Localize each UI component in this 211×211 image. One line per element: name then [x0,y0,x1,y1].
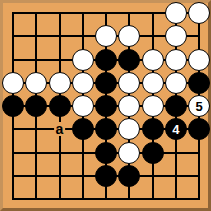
intersection[interactable]: 4 [164,118,187,141]
intersection[interactable]: 5 [187,94,210,117]
white-stone [188,2,210,24]
intersection[interactable] [1,94,24,117]
white-stone [49,72,71,94]
intersection[interactable] [71,48,94,71]
intersection[interactable] [94,187,117,210]
black-stone [188,118,210,140]
intersection[interactable] [94,71,117,94]
intersection[interactable] [71,25,94,48]
intersection[interactable] [94,94,117,117]
intersection[interactable] [118,141,141,164]
white-stone [165,49,187,71]
black-stone [142,118,164,140]
intersection[interactable] [1,187,24,210]
white-stone [142,72,164,94]
white-stone [95,25,117,47]
intersection[interactable] [187,1,210,24]
black-stone [95,95,117,117]
white-stone [142,95,164,117]
intersection[interactable] [187,164,210,187]
intersection[interactable] [141,94,164,117]
intersection[interactable] [187,71,210,94]
white-stone [165,2,187,24]
intersection[interactable] [141,25,164,48]
intersection[interactable] [25,187,48,210]
intersection[interactable] [187,25,210,48]
black-stone [25,95,47,117]
black-stone [165,95,187,117]
intersection[interactable] [48,164,71,187]
intersection[interactable] [164,94,187,117]
intersection[interactable] [25,48,48,71]
intersection[interactable] [48,141,71,164]
go-grid: 5a4 [1,1,210,210]
intersection[interactable] [71,141,94,164]
intersection[interactable] [48,94,71,117]
black-stone [49,95,71,117]
white-stone [165,25,187,47]
intersection[interactable] [1,25,24,48]
white-stone [72,72,94,94]
white-stone [118,142,140,164]
intersection[interactable] [48,71,71,94]
intersection[interactable] [25,94,48,117]
intersection[interactable] [94,118,117,141]
intersection[interactable] [141,71,164,94]
intersection[interactable] [25,71,48,94]
intersection[interactable] [48,48,71,71]
intersection[interactable] [187,48,210,71]
intersection[interactable] [187,118,210,141]
intersection[interactable] [94,25,117,48]
intersection[interactable] [25,164,48,187]
intersection[interactable] [164,141,187,164]
white-stone [118,72,140,94]
intersection[interactable] [118,48,141,71]
intersection[interactable] [164,71,187,94]
intersection[interactable] [141,187,164,210]
intersection[interactable] [71,1,94,24]
black-stone [95,49,117,71]
point-label-a: a [54,122,66,136]
intersection[interactable] [118,1,141,24]
intersection[interactable] [71,71,94,94]
white-stone [142,49,164,71]
intersection[interactable]: a [48,118,71,141]
intersection[interactable] [94,1,117,24]
white-stone [188,49,210,71]
intersection[interactable] [71,94,94,117]
white-stone [72,49,94,71]
intersection[interactable] [164,187,187,210]
intersection[interactable] [164,48,187,71]
intersection[interactable] [48,187,71,210]
black-stone-numbered: 4 [165,118,187,140]
intersection[interactable] [141,48,164,71]
black-stone [95,118,117,140]
white-stone-numbered: 5 [188,95,210,117]
intersection[interactable] [141,1,164,24]
intersection[interactable] [94,141,117,164]
intersection[interactable] [141,118,164,141]
intersection[interactable] [118,71,141,94]
intersection[interactable] [71,118,94,141]
white-stone [118,95,140,117]
intersection[interactable] [164,25,187,48]
white-stone [118,118,140,140]
black-stone [95,142,117,164]
black-stone [95,72,117,94]
intersection[interactable] [141,164,164,187]
intersection[interactable] [25,118,48,141]
white-stone [118,25,140,47]
intersection[interactable] [164,164,187,187]
intersection[interactable] [1,48,24,71]
intersection[interactable] [118,94,141,117]
go-board: 5a4 [0,0,211,211]
black-stone [2,95,24,117]
intersection[interactable] [48,1,71,24]
intersection[interactable] [25,25,48,48]
white-stone [165,72,187,94]
intersection[interactable] [94,164,117,187]
intersection[interactable] [48,25,71,48]
intersection[interactable] [1,164,24,187]
intersection[interactable] [25,141,48,164]
intersection[interactable] [94,48,117,71]
white-stone [25,72,47,94]
intersection[interactable] [187,141,210,164]
intersection[interactable] [118,25,141,48]
intersection[interactable] [164,1,187,24]
black-stone [118,49,140,71]
intersection[interactable] [118,164,141,187]
intersection[interactable] [1,71,24,94]
intersection[interactable] [71,164,94,187]
intersection[interactable] [118,187,141,210]
intersection[interactable] [187,187,210,210]
intersection[interactable] [118,118,141,141]
white-stone [2,72,24,94]
black-stone [95,165,117,187]
intersection[interactable] [1,141,24,164]
black-stone [188,72,210,94]
intersection[interactable] [1,118,24,141]
white-stone [72,95,94,117]
black-stone [118,165,140,187]
intersection[interactable] [1,1,24,24]
intersection[interactable] [25,1,48,24]
intersection[interactable] [71,187,94,210]
intersection[interactable] [141,141,164,164]
black-stone [142,142,164,164]
black-stone [72,118,94,140]
